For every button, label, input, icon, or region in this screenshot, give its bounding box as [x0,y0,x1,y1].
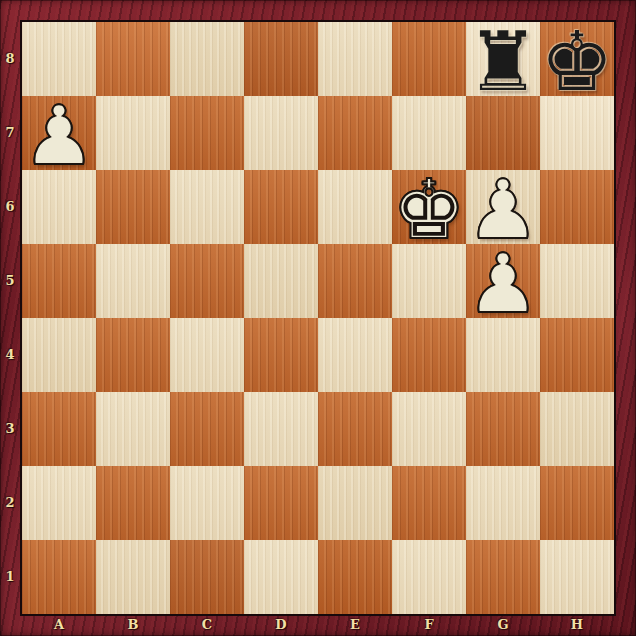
square-f2[interactable] [392,466,466,540]
square-c5[interactable] [170,244,244,318]
rank-label-2: 2 [0,466,20,540]
square-d3[interactable] [244,392,318,466]
square-b2[interactable] [96,466,170,540]
square-e3[interactable] [318,392,392,466]
square-e1[interactable] [318,540,392,614]
file-label-b: B [96,614,170,636]
square-h5[interactable] [540,244,614,318]
square-h6[interactable] [540,170,614,244]
chess-board-frame: ♜♚♟♚♟♟ 87654321 ABCDEFGH [0,0,636,636]
file-label-c: C [170,614,244,636]
square-g6[interactable]: ♟ [466,170,540,244]
file-label-h: H [540,614,614,636]
file-label-f: F [392,614,466,636]
square-b3[interactable] [96,392,170,466]
square-g3[interactable] [466,392,540,466]
square-f1[interactable] [392,540,466,614]
square-e8[interactable] [318,22,392,96]
square-d6[interactable] [244,170,318,244]
square-b8[interactable] [96,22,170,96]
piece-white-pawn-g5[interactable]: ♟ [466,244,540,318]
square-g2[interactable] [466,466,540,540]
square-a1[interactable] [22,540,96,614]
square-h4[interactable] [540,318,614,392]
square-h8[interactable]: ♚ [540,22,614,96]
square-f7[interactable] [392,96,466,170]
square-c2[interactable] [170,466,244,540]
square-h7[interactable] [540,96,614,170]
square-d7[interactable] [244,96,318,170]
square-c7[interactable] [170,96,244,170]
square-g8[interactable]: ♜ [466,22,540,96]
square-d1[interactable] [244,540,318,614]
square-f8[interactable] [392,22,466,96]
piece-white-pawn-g6[interactable]: ♟ [466,170,540,244]
square-c8[interactable] [170,22,244,96]
file-label-d: D [244,614,318,636]
square-c6[interactable] [170,170,244,244]
square-c3[interactable] [170,392,244,466]
square-b5[interactable] [96,244,170,318]
square-c4[interactable] [170,318,244,392]
square-a6[interactable] [22,170,96,244]
rank-label-7: 7 [0,96,20,170]
square-h2[interactable] [540,466,614,540]
square-e7[interactable] [318,96,392,170]
piece-black-king-h8[interactable]: ♚ [540,22,614,96]
square-a5[interactable] [22,244,96,318]
square-g5[interactable]: ♟ [466,244,540,318]
piece-white-king-f6[interactable]: ♚ [392,170,466,244]
rank-label-4: 4 [0,318,20,392]
file-label-e: E [318,614,392,636]
square-f4[interactable] [392,318,466,392]
rank-label-8: 8 [0,22,20,96]
square-a4[interactable] [22,318,96,392]
piece-black-rook-g8[interactable]: ♜ [466,22,540,96]
rank-label-1: 1 [0,540,20,614]
file-label-g: G [466,614,540,636]
square-f3[interactable] [392,392,466,466]
square-f5[interactable] [392,244,466,318]
rank-label-3: 3 [0,392,20,466]
square-a8[interactable] [22,22,96,96]
square-e2[interactable] [318,466,392,540]
square-b7[interactable] [96,96,170,170]
square-a7[interactable]: ♟ [22,96,96,170]
square-d2[interactable] [244,466,318,540]
square-e5[interactable] [318,244,392,318]
square-b6[interactable] [96,170,170,244]
square-g1[interactable] [466,540,540,614]
square-c1[interactable] [170,540,244,614]
square-h3[interactable] [540,392,614,466]
square-e4[interactable] [318,318,392,392]
square-b4[interactable] [96,318,170,392]
square-b1[interactable] [96,540,170,614]
square-d4[interactable] [244,318,318,392]
square-d8[interactable] [244,22,318,96]
piece-white-pawn-a7[interactable]: ♟ [22,96,96,170]
file-label-a: A [22,614,96,636]
rank-label-5: 5 [0,244,20,318]
square-a3[interactable] [22,392,96,466]
square-h1[interactable] [540,540,614,614]
chess-board: ♜♚♟♚♟♟ [20,20,616,616]
square-e6[interactable] [318,170,392,244]
rank-label-6: 6 [0,170,20,244]
square-g7[interactable] [466,96,540,170]
square-d5[interactable] [244,244,318,318]
square-a2[interactable] [22,466,96,540]
square-f6[interactable]: ♚ [392,170,466,244]
square-g4[interactable] [466,318,540,392]
